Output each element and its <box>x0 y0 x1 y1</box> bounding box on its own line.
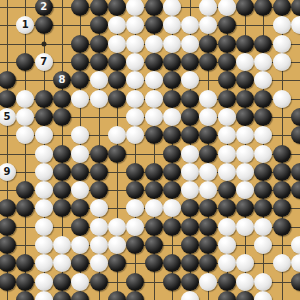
black-stone <box>199 53 217 71</box>
black-stone <box>254 163 272 181</box>
white-stone <box>90 71 108 89</box>
white-stone <box>236 53 254 71</box>
white-stone <box>35 254 53 272</box>
white-stone <box>126 218 144 236</box>
white-stone <box>126 0 144 16</box>
white-stone <box>71 273 89 291</box>
white-stone <box>218 145 236 163</box>
black-stone <box>145 53 163 71</box>
black-stone <box>163 218 181 236</box>
black-stone <box>71 0 89 16</box>
black-stone <box>181 90 199 108</box>
white-stone <box>126 126 144 144</box>
white-stone <box>126 90 144 108</box>
black-stone <box>108 71 126 89</box>
go-board[interactable]: 217859 <box>0 0 300 300</box>
black-stone <box>273 199 291 217</box>
black-stone <box>291 273 300 291</box>
black-stone <box>145 181 163 199</box>
white-stone <box>71 126 89 144</box>
white-stone <box>163 16 181 34</box>
white-stone <box>126 16 144 34</box>
black-stone <box>273 0 291 16</box>
white-stone <box>291 254 300 272</box>
black-stone <box>16 273 34 291</box>
black-stone <box>71 218 89 236</box>
white-stone <box>273 35 291 53</box>
black-stone <box>53 145 71 163</box>
black-stone <box>35 90 53 108</box>
white-stone <box>108 126 126 144</box>
white-stone <box>181 291 199 300</box>
white-stone <box>16 126 34 144</box>
black-stone <box>71 71 89 89</box>
black-stone <box>53 291 71 300</box>
black-stone <box>71 53 89 71</box>
white-stone <box>163 35 181 53</box>
white-stone <box>218 254 236 272</box>
white-stone <box>236 273 254 291</box>
black-stone <box>218 35 236 53</box>
white-stone <box>199 163 217 181</box>
white-stone <box>35 126 53 144</box>
black-stone <box>163 273 181 291</box>
white-stone <box>254 218 272 236</box>
black-stone <box>145 218 163 236</box>
white-stone <box>145 90 163 108</box>
white-stone <box>291 16 300 34</box>
black-stone <box>0 199 16 217</box>
white-stone <box>35 218 53 236</box>
black-stone <box>236 291 254 300</box>
white-stone <box>254 236 272 254</box>
black-stone <box>126 181 144 199</box>
star-point <box>41 41 46 46</box>
black-stone <box>273 163 291 181</box>
white-stone <box>181 16 199 34</box>
white-stone <box>273 254 291 272</box>
black-stone <box>236 108 254 126</box>
black-stone <box>163 71 181 89</box>
black-stone <box>199 218 217 236</box>
black-stone <box>254 90 272 108</box>
white-stone <box>236 145 254 163</box>
white-stone <box>199 90 217 108</box>
black-stone: 2 <box>35 0 53 16</box>
black-stone <box>71 35 89 53</box>
white-stone <box>199 108 217 126</box>
white-stone <box>181 35 199 53</box>
black-stone <box>90 53 108 71</box>
white-stone <box>254 291 272 300</box>
white-stone <box>218 108 236 126</box>
white-stone <box>163 0 181 16</box>
white-stone <box>108 35 126 53</box>
white-stone <box>145 71 163 89</box>
black-stone <box>273 181 291 199</box>
black-stone <box>16 199 34 217</box>
black-stone <box>126 236 144 254</box>
white-stone <box>236 254 254 272</box>
white-stone <box>126 108 144 126</box>
black-stone <box>181 254 199 272</box>
black-stone <box>71 199 89 217</box>
black-stone <box>291 108 300 126</box>
black-stone <box>90 0 108 16</box>
white-stone <box>126 71 144 89</box>
black-stone <box>181 53 199 71</box>
black-stone <box>126 273 144 291</box>
white-stone <box>145 199 163 217</box>
black-stone <box>199 254 217 272</box>
white-stone <box>35 163 53 181</box>
black-stone <box>273 145 291 163</box>
black-stone <box>53 181 71 199</box>
white-stone <box>254 145 272 163</box>
white-stone: 5 <box>0 108 16 126</box>
white-stone <box>90 218 108 236</box>
black-stone <box>163 126 181 144</box>
black-stone <box>108 145 126 163</box>
black-stone <box>0 218 16 236</box>
black-stone <box>218 71 236 89</box>
black-stone <box>254 108 272 126</box>
white-stone <box>254 53 272 71</box>
black-stone <box>218 16 236 34</box>
black-stone <box>53 163 71 181</box>
black-stone <box>218 181 236 199</box>
white-stone <box>273 90 291 108</box>
black-stone: 8 <box>53 71 71 89</box>
white-stone <box>181 163 199 181</box>
black-stone <box>145 16 163 34</box>
black-stone <box>181 236 199 254</box>
white-stone <box>145 108 163 126</box>
black-stone <box>163 145 181 163</box>
white-stone <box>254 273 272 291</box>
black-stone <box>254 181 272 199</box>
white-stone <box>35 291 53 300</box>
black-stone <box>108 291 126 300</box>
white-stone <box>218 126 236 144</box>
black-stone <box>163 181 181 199</box>
black-stone <box>199 126 217 144</box>
black-stone <box>145 254 163 272</box>
black-stone <box>71 254 89 272</box>
white-stone <box>291 236 300 254</box>
black-stone <box>145 163 163 181</box>
black-stone <box>108 254 126 272</box>
black-stone <box>218 53 236 71</box>
black-stone <box>218 291 236 300</box>
white-stone <box>35 236 53 254</box>
white-stone <box>16 90 34 108</box>
black-stone <box>90 16 108 34</box>
black-stone <box>16 254 34 272</box>
black-stone <box>90 145 108 163</box>
black-stone <box>199 145 217 163</box>
black-stone <box>291 181 300 199</box>
white-stone <box>199 273 217 291</box>
black-stone <box>199 236 217 254</box>
white-stone <box>108 236 126 254</box>
black-stone <box>35 16 53 34</box>
white-stone <box>273 16 291 34</box>
white-stone <box>199 16 217 34</box>
white-stone <box>71 236 89 254</box>
white-stone <box>199 0 217 16</box>
black-stone <box>181 108 199 126</box>
black-stone <box>236 199 254 217</box>
white-stone <box>16 108 34 126</box>
black-stone <box>145 0 163 16</box>
move-number-label: 1 <box>22 20 29 30</box>
black-stone <box>53 108 71 126</box>
move-number-label: 2 <box>40 2 47 12</box>
black-stone <box>0 71 16 89</box>
white-stone <box>126 53 144 71</box>
black-stone <box>16 291 34 300</box>
black-stone <box>181 126 199 144</box>
move-number-label: 7 <box>40 57 47 67</box>
black-stone <box>254 35 272 53</box>
black-stone <box>53 90 71 108</box>
white-stone <box>163 108 181 126</box>
white-stone <box>35 145 53 163</box>
black-stone <box>145 126 163 144</box>
white-stone: 7 <box>35 53 53 71</box>
black-stone <box>254 0 272 16</box>
white-stone <box>90 254 108 272</box>
black-stone <box>273 218 291 236</box>
black-stone <box>53 273 71 291</box>
black-stone <box>218 90 236 108</box>
black-stone <box>90 35 108 53</box>
white-stone <box>71 145 89 163</box>
black-stone <box>0 273 16 291</box>
white-stone: 9 <box>0 163 16 181</box>
white-stone <box>53 236 71 254</box>
move-number-label: 5 <box>4 112 11 122</box>
black-stone <box>71 163 89 181</box>
black-stone <box>126 291 144 300</box>
white-stone <box>218 0 236 16</box>
black-stone <box>90 273 108 291</box>
black-stone <box>108 53 126 71</box>
black-stone <box>71 291 89 300</box>
black-stone <box>163 163 181 181</box>
white-stone <box>218 218 236 236</box>
white-stone <box>181 71 199 89</box>
black-stone <box>218 273 236 291</box>
black-stone <box>236 90 254 108</box>
white-stone <box>236 163 254 181</box>
white-stone <box>181 181 199 199</box>
white-stone <box>108 16 126 34</box>
black-stone <box>291 126 300 144</box>
black-stone <box>199 35 217 53</box>
white-stone <box>163 199 181 217</box>
white-stone <box>126 35 144 53</box>
black-stone <box>53 199 71 217</box>
black-stone <box>254 199 272 217</box>
white-stone <box>71 90 89 108</box>
black-stone <box>0 90 16 108</box>
black-stone <box>16 181 34 199</box>
white-stone <box>236 126 254 144</box>
black-stone <box>163 254 181 272</box>
white-stone <box>35 199 53 217</box>
white-stone: 1 <box>16 16 34 34</box>
white-stone <box>218 163 236 181</box>
black-stone <box>291 0 300 16</box>
white-stone <box>181 145 199 163</box>
white-stone <box>273 53 291 71</box>
black-stone <box>291 163 300 181</box>
white-stone <box>145 35 163 53</box>
black-stone <box>199 199 217 217</box>
black-stone <box>90 181 108 199</box>
black-stone <box>126 163 144 181</box>
black-stone <box>108 0 126 16</box>
white-stone <box>254 126 272 144</box>
black-stone <box>181 273 199 291</box>
black-stone <box>181 218 199 236</box>
white-stone <box>71 181 89 199</box>
black-stone <box>163 53 181 71</box>
black-stone <box>145 236 163 254</box>
black-stone <box>236 35 254 53</box>
black-stone <box>236 71 254 89</box>
white-stone <box>90 90 108 108</box>
black-stone <box>0 236 16 254</box>
white-stone <box>199 181 217 199</box>
black-stone <box>163 90 181 108</box>
white-stone <box>254 71 272 89</box>
white-stone <box>35 181 53 199</box>
black-stone <box>181 199 199 217</box>
white-stone <box>90 199 108 217</box>
go-board-screenshot: 217859 <box>0 0 300 300</box>
white-stone <box>35 273 53 291</box>
white-stone <box>108 218 126 236</box>
white-stone <box>218 236 236 254</box>
white-stone <box>90 236 108 254</box>
black-stone <box>90 163 108 181</box>
black-stone <box>218 199 236 217</box>
black-stone <box>236 0 254 16</box>
move-number-label: 9 <box>4 167 11 177</box>
white-stone <box>236 218 254 236</box>
black-stone <box>108 90 126 108</box>
white-stone <box>126 199 144 217</box>
white-stone <box>236 181 254 199</box>
white-stone <box>53 254 71 272</box>
black-stone <box>16 53 34 71</box>
black-stone <box>0 254 16 272</box>
black-stone <box>35 108 53 126</box>
move-number-label: 8 <box>58 75 65 85</box>
